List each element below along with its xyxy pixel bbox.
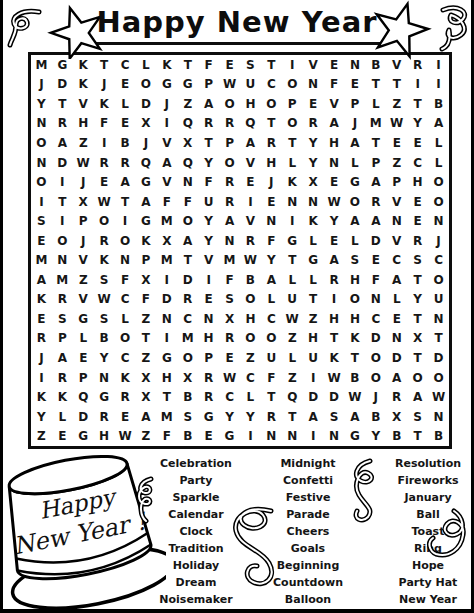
grid-cell-r4c11[interactable]: Q xyxy=(240,114,261,134)
grid-cell-r18c9[interactable]: R xyxy=(198,387,219,407)
grid-cell-r20c17[interactable]: Y xyxy=(365,426,386,446)
grid-cell-r6c5[interactable]: R xyxy=(115,153,136,173)
grid-cell-r18c8[interactable]: B xyxy=(177,387,198,407)
grid-cell-r2c11[interactable]: U xyxy=(240,75,261,95)
grid-cell-r2c19[interactable]: I xyxy=(407,75,428,95)
grid-cell-r17c4[interactable]: N xyxy=(94,368,115,388)
grid-cell-r11c20[interactable]: C xyxy=(428,250,449,270)
grid-cell-r4c6[interactable]: X xyxy=(135,114,156,134)
grid-cell-r14c5[interactable]: L xyxy=(115,309,136,329)
grid-cell-r19c14[interactable]: A xyxy=(303,407,324,427)
grid-cell-r14c14[interactable]: Z xyxy=(303,309,324,329)
grid-cell-r9c3[interactable]: P xyxy=(73,211,94,231)
grid-cell-r9c18[interactable]: N xyxy=(386,211,407,231)
grid-cell-r15c9[interactable]: H xyxy=(198,329,219,349)
grid-cell-r8c16[interactable]: O xyxy=(344,192,365,212)
grid-cell-r16c2[interactable]: A xyxy=(52,348,73,368)
grid-cell-r15c11[interactable]: O xyxy=(240,329,261,349)
grid-cell-r6c17[interactable]: P xyxy=(365,153,386,173)
grid-cell-r8c5[interactable]: T xyxy=(115,192,136,212)
grid-cell-r14c19[interactable]: T xyxy=(407,309,428,329)
grid-cell-r17c20[interactable]: O xyxy=(428,368,449,388)
grid-cell-r8c7[interactable]: F xyxy=(156,192,177,212)
grid-cell-r3c20[interactable]: B xyxy=(428,94,449,114)
grid-cell-r11c17[interactable]: E xyxy=(365,250,386,270)
grid-cell-r6c2[interactable]: D xyxy=(52,153,73,173)
grid-cell-r15c15[interactable]: T xyxy=(324,329,345,349)
grid-cell-r12c17[interactable]: F xyxy=(365,270,386,290)
grid-cell-r2c4[interactable]: J xyxy=(94,75,115,95)
grid-cell-r20c5[interactable]: W xyxy=(115,426,136,446)
grid-cell-r6c15[interactable]: N xyxy=(324,153,345,173)
grid-cell-r16c1[interactable]: J xyxy=(31,348,52,368)
grid-cell-r11c18[interactable]: C xyxy=(386,250,407,270)
grid-cell-r4c1[interactable]: N xyxy=(31,114,52,134)
grid-cell-r9c9[interactable]: Y xyxy=(198,211,219,231)
grid-cell-r8c2[interactable]: T xyxy=(52,192,73,212)
grid-cell-r17c10[interactable]: W xyxy=(219,368,240,388)
grid-cell-r17c19[interactable]: O xyxy=(407,368,428,388)
grid-cell-r3c9[interactable]: A xyxy=(198,94,219,114)
grid-cell-r3c15[interactable]: V xyxy=(324,94,345,114)
grid-cell-r11c1[interactable]: M xyxy=(31,250,52,270)
grid-cell-r4c5[interactable]: E xyxy=(115,114,136,134)
grid-cell-r19c13[interactable]: T xyxy=(282,407,303,427)
grid-cell-r17c11[interactable]: C xyxy=(240,368,261,388)
grid-cell-r13c9[interactable]: E xyxy=(198,290,219,310)
grid-cell-r14c20[interactable]: N xyxy=(428,309,449,329)
grid-cell-r17c8[interactable]: X xyxy=(177,368,198,388)
grid-cell-r11c3[interactable]: V xyxy=(73,250,94,270)
grid-cell-r7c9[interactable]: F xyxy=(198,172,219,192)
grid-cell-r17c16[interactable]: B xyxy=(344,368,365,388)
grid-cell-r19c1[interactable]: Y xyxy=(31,407,52,427)
grid-cell-r5c14[interactable]: Y xyxy=(303,133,324,153)
grid-cell-r4c17[interactable]: M xyxy=(365,114,386,134)
grid-cell-r2c9[interactable]: P xyxy=(198,75,219,95)
grid-cell-r20c3[interactable]: G xyxy=(73,426,94,446)
grid-cell-r20c12[interactable]: N xyxy=(261,426,282,446)
grid-cell-r18c5[interactable]: R xyxy=(115,387,136,407)
grid-cell-r13c14[interactable]: T xyxy=(303,290,324,310)
grid-cell-r15c18[interactable]: N xyxy=(386,329,407,349)
grid-cell-r3c17[interactable]: L xyxy=(365,94,386,114)
grid-cell-r6c7[interactable]: A xyxy=(156,153,177,173)
grid-cell-r1c15[interactable]: E xyxy=(324,55,345,75)
grid-cell-r10c5[interactable]: O xyxy=(115,231,136,251)
grid-cell-r20c18[interactable]: B xyxy=(386,426,407,446)
grid-cell-r5c16[interactable]: A xyxy=(344,133,365,153)
grid-cell-r5c13[interactable]: T xyxy=(282,133,303,153)
grid-cell-r7c11[interactable]: E xyxy=(240,172,261,192)
grid-cell-r9c5[interactable]: I xyxy=(115,211,136,231)
grid-cell-r20c20[interactable]: B xyxy=(428,426,449,446)
grid-cell-r19c18[interactable]: X xyxy=(386,407,407,427)
grid-cell-r14c8[interactable]: C xyxy=(177,309,198,329)
grid-cell-r15c6[interactable]: T xyxy=(135,329,156,349)
grid-cell-r19c20[interactable]: N xyxy=(428,407,449,427)
grid-cell-r1c16[interactable]: N xyxy=(344,55,365,75)
grid-cell-r15c17[interactable]: D xyxy=(365,329,386,349)
grid-cell-r2c8[interactable]: G xyxy=(177,75,198,95)
grid-cell-r15c4[interactable]: B xyxy=(94,329,115,349)
grid-cell-r2c6[interactable]: O xyxy=(135,75,156,95)
grid-cell-r10c18[interactable]: V xyxy=(386,231,407,251)
grid-cell-r11c12[interactable]: Y xyxy=(261,250,282,270)
grid-cell-r6c18[interactable]: Z xyxy=(386,153,407,173)
grid-cell-r4c12[interactable]: T xyxy=(261,114,282,134)
grid-cell-r6c13[interactable]: L xyxy=(282,153,303,173)
grid-cell-r8c9[interactable]: U xyxy=(198,192,219,212)
grid-cell-r9c19[interactable]: E xyxy=(407,211,428,231)
grid-cell-r11c16[interactable]: S xyxy=(344,250,365,270)
grid-cell-r16c6[interactable]: Z xyxy=(135,348,156,368)
grid-cell-r20c14[interactable]: I xyxy=(303,426,324,446)
grid-cell-r18c4[interactable]: G xyxy=(94,387,115,407)
grid-cell-r1c5[interactable]: C xyxy=(115,55,136,75)
grid-cell-r14c13[interactable]: W xyxy=(282,309,303,329)
grid-cell-r8c19[interactable]: E xyxy=(407,192,428,212)
grid-cell-r20c2[interactable]: E xyxy=(52,426,73,446)
grid-cell-r13c7[interactable]: D xyxy=(156,290,177,310)
grid-cell-r20c10[interactable]: G xyxy=(219,426,240,446)
grid-cell-r20c11[interactable]: I xyxy=(240,426,261,446)
grid-cell-r11c13[interactable]: T xyxy=(282,250,303,270)
grid-cell-r9c14[interactable]: K xyxy=(303,211,324,231)
grid-cell-r10c4[interactable]: R xyxy=(94,231,115,251)
grid-cell-r10c1[interactable]: E xyxy=(31,231,52,251)
grid-cell-r14c7[interactable]: N xyxy=(156,309,177,329)
grid-cell-r16c10[interactable]: E xyxy=(219,348,240,368)
grid-cell-r7c4[interactable]: E xyxy=(94,172,115,192)
grid-cell-r17c12[interactable]: F xyxy=(261,368,282,388)
grid-cell-r16c8[interactable]: O xyxy=(177,348,198,368)
grid-cell-r17c2[interactable]: R xyxy=(52,368,73,388)
grid-cell-r4c2[interactable]: R xyxy=(52,114,73,134)
grid-cell-r14c10[interactable]: X xyxy=(219,309,240,329)
grid-cell-r8c17[interactable]: R xyxy=(365,192,386,212)
grid-cell-r10c7[interactable]: X xyxy=(156,231,177,251)
grid-cell-r18c7[interactable]: T xyxy=(156,387,177,407)
grid-cell-r17c6[interactable]: X xyxy=(135,368,156,388)
grid-cell-r20c15[interactable]: N xyxy=(324,426,345,446)
grid-cell-r18c15[interactable]: D xyxy=(324,387,345,407)
grid-cell-r6c9[interactable]: Y xyxy=(198,153,219,173)
grid-cell-r14c17[interactable]: C xyxy=(365,309,386,329)
grid-cell-r9c4[interactable]: O xyxy=(94,211,115,231)
grid-cell-r10c3[interactable]: J xyxy=(73,231,94,251)
grid-cell-r12c5[interactable]: F xyxy=(115,270,136,290)
grid-cell-r10c6[interactable]: K xyxy=(135,231,156,251)
grid-cell-r9c8[interactable]: O xyxy=(177,211,198,231)
grid-cell-r9c12[interactable]: N xyxy=(261,211,282,231)
grid-cell-r19c2[interactable]: L xyxy=(52,407,73,427)
grid-cell-r17c14[interactable]: I xyxy=(303,368,324,388)
grid-cell-r2c7[interactable]: G xyxy=(156,75,177,95)
grid-cell-r3c5[interactable]: L xyxy=(115,94,136,114)
grid-cell-r4c20[interactable]: A xyxy=(428,114,449,134)
grid-cell-r13c19[interactable]: Y xyxy=(407,290,428,310)
grid-cell-r12c10[interactable]: F xyxy=(219,270,240,290)
grid-cell-r11c2[interactable]: N xyxy=(52,250,73,270)
grid-cell-r12c6[interactable]: X xyxy=(135,270,156,290)
grid-cell-r6c12[interactable]: H xyxy=(261,153,282,173)
grid-cell-r15c2[interactable]: P xyxy=(52,329,73,349)
grid-cell-r19c6[interactable]: A xyxy=(135,407,156,427)
grid-cell-r16c17[interactable]: O xyxy=(365,348,386,368)
grid-cell-r5c4[interactable]: I xyxy=(94,133,115,153)
grid-cell-r7c15[interactable]: E xyxy=(324,172,345,192)
grid-cell-r6c14[interactable]: Y xyxy=(303,153,324,173)
grid-cell-r5c15[interactable]: H xyxy=(324,133,345,153)
grid-cell-r2c18[interactable]: T xyxy=(386,75,407,95)
grid-cell-r3c16[interactable]: P xyxy=(344,94,365,114)
grid-cell-r15c8[interactable]: M xyxy=(177,329,198,349)
grid-cell-r18c20[interactable]: W xyxy=(428,387,449,407)
grid-cell-r18c1[interactable]: K xyxy=(31,387,52,407)
grid-cell-r3c12[interactable]: O xyxy=(261,94,282,114)
grid-cell-r12c1[interactable]: A xyxy=(31,270,52,290)
grid-cell-r9c7[interactable]: M xyxy=(156,211,177,231)
grid-cell-r5c2[interactable]: A xyxy=(52,133,73,153)
grid-cell-r19c12[interactable]: R xyxy=(261,407,282,427)
grid-cell-r1c10[interactable]: E xyxy=(219,55,240,75)
grid-cell-r16c5[interactable]: C xyxy=(115,348,136,368)
grid-cell-r7c12[interactable]: J xyxy=(261,172,282,192)
grid-cell-r2c12[interactable]: C xyxy=(261,75,282,95)
grid-cell-r16c3[interactable]: E xyxy=(73,348,94,368)
grid-cell-r6c3[interactable]: W xyxy=(73,153,94,173)
grid-cell-r9c6[interactable]: G xyxy=(135,211,156,231)
grid-cell-r5c3[interactable]: Z xyxy=(73,133,94,153)
grid-cell-r19c4[interactable]: R xyxy=(94,407,115,427)
grid-cell-r2c17[interactable]: T xyxy=(365,75,386,95)
grid-cell-r8c6[interactable]: A xyxy=(135,192,156,212)
grid-cell-r12c18[interactable]: A xyxy=(386,270,407,290)
grid-cell-r15c10[interactable]: R xyxy=(219,329,240,349)
grid-cell-r18c17[interactable]: J xyxy=(365,387,386,407)
grid-cell-r13c10[interactable]: S xyxy=(219,290,240,310)
grid-cell-r2c3[interactable]: K xyxy=(73,75,94,95)
grid-cell-r10c9[interactable]: Y xyxy=(198,231,219,251)
grid-cell-r17c5[interactable]: K xyxy=(115,368,136,388)
grid-cell-r13c5[interactable]: C xyxy=(115,290,136,310)
grid-cell-r2c14[interactable]: N xyxy=(303,75,324,95)
grid-cell-r9c15[interactable]: Y xyxy=(324,211,345,231)
grid-cell-r12c11[interactable]: B xyxy=(240,270,261,290)
grid-cell-r16c4[interactable]: Y xyxy=(94,348,115,368)
grid-cell-r11c15[interactable]: A xyxy=(324,250,345,270)
grid-cell-r3c10[interactable]: O xyxy=(219,94,240,114)
grid-cell-r9c10[interactable]: A xyxy=(219,211,240,231)
grid-cell-r15c20[interactable]: T xyxy=(428,329,449,349)
grid-cell-r7c17[interactable]: A xyxy=(365,172,386,192)
grid-cell-r4c4[interactable]: F xyxy=(94,114,115,134)
grid-cell-r5c10[interactable]: P xyxy=(219,133,240,153)
grid-cell-r12c9[interactable]: I xyxy=(198,270,219,290)
grid-cell-r2c13[interactable]: O xyxy=(282,75,303,95)
grid-cell-r20c19[interactable]: T xyxy=(407,426,428,446)
grid-cell-r8c12[interactable]: E xyxy=(261,192,282,212)
grid-cell-r12c7[interactable]: I xyxy=(156,270,177,290)
grid-cell-r10c16[interactable]: L xyxy=(344,231,365,251)
grid-cell-r4c18[interactable]: W xyxy=(386,114,407,134)
grid-cell-r7c14[interactable]: X xyxy=(303,172,324,192)
grid-cell-r1c13[interactable]: I xyxy=(282,55,303,75)
grid-cell-r4c3[interactable]: H xyxy=(73,114,94,134)
grid-cell-r5c7[interactable]: V xyxy=(156,133,177,153)
grid-cell-r16c12[interactable]: U xyxy=(261,348,282,368)
grid-cell-r8c15[interactable]: W xyxy=(324,192,345,212)
grid-cell-r20c6[interactable]: Z xyxy=(135,426,156,446)
grid-cell-r17c17[interactable]: O xyxy=(365,368,386,388)
grid-cell-r8c14[interactable]: N xyxy=(303,192,324,212)
grid-cell-r9c13[interactable]: I xyxy=(282,211,303,231)
grid-cell-r18c3[interactable]: Q xyxy=(73,387,94,407)
grid-cell-r13c20[interactable]: U xyxy=(428,290,449,310)
grid-cell-r9c1[interactable]: S xyxy=(31,211,52,231)
grid-cell-r3c8[interactable]: Z xyxy=(177,94,198,114)
grid-cell-r4c14[interactable]: R xyxy=(303,114,324,134)
grid-cell-r4c15[interactable]: A xyxy=(324,114,345,134)
grid-cell-r3c6[interactable]: D xyxy=(135,94,156,114)
grid-cell-r20c16[interactable]: G xyxy=(344,426,365,446)
grid-cell-r16c20[interactable]: D xyxy=(428,348,449,368)
grid-cell-r18c12[interactable]: T xyxy=(261,387,282,407)
grid-cell-r15c14[interactable]: H xyxy=(303,329,324,349)
grid-cell-r7c20[interactable]: O xyxy=(428,172,449,192)
grid-cell-r8c4[interactable]: W xyxy=(94,192,115,212)
grid-cell-r18c6[interactable]: X xyxy=(135,387,156,407)
grid-cell-r8c8[interactable]: F xyxy=(177,192,198,212)
grid-cell-r19c11[interactable]: Y xyxy=(240,407,261,427)
grid-cell-r8c11[interactable]: I xyxy=(240,192,261,212)
grid-cell-r13c3[interactable]: V xyxy=(73,290,94,310)
grid-cell-r12c15[interactable]: R xyxy=(324,270,345,290)
grid-cell-r12c4[interactable]: S xyxy=(94,270,115,290)
grid-cell-r5c6[interactable]: J xyxy=(135,133,156,153)
grid-cell-r14c18[interactable]: E xyxy=(386,309,407,329)
grid-cell-r1c9[interactable]: F xyxy=(198,55,219,75)
grid-cell-r7c18[interactable]: P xyxy=(386,172,407,192)
grid-cell-r8c3[interactable]: X xyxy=(73,192,94,212)
grid-cell-r18c13[interactable]: Q xyxy=(282,387,303,407)
grid-cell-r2c5[interactable]: E xyxy=(115,75,136,95)
grid-cell-r18c18[interactable]: R xyxy=(386,387,407,407)
grid-cell-r7c16[interactable]: G xyxy=(344,172,365,192)
grid-cell-r3c3[interactable]: V xyxy=(73,94,94,114)
grid-cell-r2c15[interactable]: F xyxy=(324,75,345,95)
grid-cell-r5c1[interactable]: O xyxy=(31,133,52,153)
grid-cell-r14c9[interactable]: N xyxy=(198,309,219,329)
grid-cell-r19c15[interactable]: S xyxy=(324,407,345,427)
grid-cell-r11c7[interactable]: M xyxy=(156,250,177,270)
grid-cell-r5c5[interactable]: B xyxy=(115,133,136,153)
grid-cell-r12c14[interactable]: L xyxy=(303,270,324,290)
grid-cell-r18c2[interactable]: K xyxy=(52,387,73,407)
grid-cell-r14c15[interactable]: H xyxy=(324,309,345,329)
grid-cell-r14c12[interactable]: C xyxy=(261,309,282,329)
grid-cell-r15c1[interactable]: R xyxy=(31,329,52,349)
grid-cell-r8c10[interactable]: R xyxy=(219,192,240,212)
grid-cell-r2c16[interactable]: E xyxy=(344,75,365,95)
grid-cell-r11c11[interactable]: W xyxy=(240,250,261,270)
grid-cell-r15c13[interactable]: Z xyxy=(282,329,303,349)
grid-cell-r1c11[interactable]: S xyxy=(240,55,261,75)
grid-cell-r10c15[interactable]: E xyxy=(324,231,345,251)
grid-cell-r11c9[interactable]: V xyxy=(198,250,219,270)
grid-cell-r18c10[interactable]: C xyxy=(219,387,240,407)
grid-cell-r13c2[interactable]: R xyxy=(52,290,73,310)
grid-cell-r11c5[interactable]: N xyxy=(115,250,136,270)
grid-cell-r10c14[interactable]: L xyxy=(303,231,324,251)
grid-cell-r1c14[interactable]: V xyxy=(303,55,324,75)
grid-cell-r5c12[interactable]: R xyxy=(261,133,282,153)
grid-cell-r13c18[interactable]: L xyxy=(386,290,407,310)
grid-cell-r7c7[interactable]: V xyxy=(156,172,177,192)
grid-cell-r13c12[interactable]: L xyxy=(261,290,282,310)
grid-cell-r15c19[interactable]: X xyxy=(407,329,428,349)
grid-cell-r4c8[interactable]: Q xyxy=(177,114,198,134)
grid-cell-r3c18[interactable]: Z xyxy=(386,94,407,114)
grid-cell-r10c11[interactable]: R xyxy=(240,231,261,251)
grid-cell-r3c7[interactable]: J xyxy=(156,94,177,114)
grid-cell-r19c19[interactable]: S xyxy=(407,407,428,427)
grid-cell-r9c16[interactable]: A xyxy=(344,211,365,231)
grid-cell-r12c3[interactable]: Z xyxy=(73,270,94,290)
grid-cell-r11c6[interactable]: P xyxy=(135,250,156,270)
grid-cell-r6c20[interactable]: L xyxy=(428,153,449,173)
grid-cell-r15c3[interactable]: L xyxy=(73,329,94,349)
grid-cell-r8c1[interactable]: I xyxy=(31,192,52,212)
grid-cell-r14c3[interactable]: G xyxy=(73,309,94,329)
grid-cell-r9c17[interactable]: A xyxy=(365,211,386,231)
grid-cell-r12c16[interactable]: H xyxy=(344,270,365,290)
grid-cell-r12c20[interactable]: O xyxy=(428,270,449,290)
grid-cell-r5c8[interactable]: X xyxy=(177,133,198,153)
grid-cell-r14c16[interactable]: H xyxy=(344,309,365,329)
grid-cell-r20c7[interactable]: F xyxy=(156,426,177,446)
grid-cell-r16c19[interactable]: T xyxy=(407,348,428,368)
grid-cell-r16c16[interactable]: T xyxy=(344,348,365,368)
grid-cell-r7c6[interactable]: G xyxy=(135,172,156,192)
grid-cell-r4c19[interactable]: Y xyxy=(407,114,428,134)
grid-cell-r6c10[interactable]: O xyxy=(219,153,240,173)
grid-cell-r1c12[interactable]: T xyxy=(261,55,282,75)
grid-cell-r3c19[interactable]: T xyxy=(407,94,428,114)
grid-cell-r13c1[interactable]: K xyxy=(31,290,52,310)
grid-cell-r11c19[interactable]: S xyxy=(407,250,428,270)
grid-cell-r13c16[interactable]: O xyxy=(344,290,365,310)
grid-cell-r1c6[interactable]: L xyxy=(135,55,156,75)
grid-cell-r20c9[interactable]: E xyxy=(198,426,219,446)
grid-cell-r6c1[interactable]: N xyxy=(31,153,52,173)
grid-cell-r20c13[interactable]: N xyxy=(282,426,303,446)
grid-cell-r13c11[interactable]: O xyxy=(240,290,261,310)
grid-cell-r17c7[interactable]: H xyxy=(156,368,177,388)
grid-cell-r2c2[interactable]: D xyxy=(52,75,73,95)
grid-cell-r19c10[interactable]: Y xyxy=(219,407,240,427)
grid-cell-r14c11[interactable]: H xyxy=(240,309,261,329)
grid-cell-r5c19[interactable]: E xyxy=(407,133,428,153)
grid-cell-r7c5[interactable]: A xyxy=(115,172,136,192)
grid-cell-r4c16[interactable]: J xyxy=(344,114,365,134)
grid-cell-r4c9[interactable]: R xyxy=(198,114,219,134)
grid-cell-r19c3[interactable]: D xyxy=(73,407,94,427)
grid-cell-r7c19[interactable]: H xyxy=(407,172,428,192)
grid-cell-r6c11[interactable]: V xyxy=(240,153,261,173)
grid-cell-r6c8[interactable]: Q xyxy=(177,153,198,173)
